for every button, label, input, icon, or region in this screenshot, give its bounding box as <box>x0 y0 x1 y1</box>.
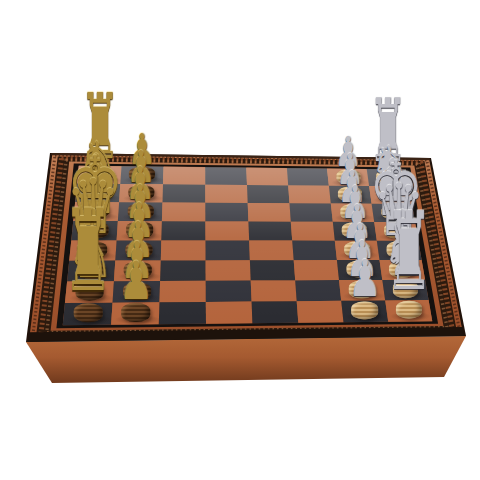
piece-white-rook-a1[interactable]: ♜ <box>43 211 134 323</box>
chess-set-photo: ♜♞♝♛♚♝♞♜♟♟♟♟♟♟♟♟♟♟♟♟♟♟♟♟♜♞♝♛♚♝♞♜ <box>0 0 480 480</box>
brass-rook-figure: ♜ <box>63 199 113 306</box>
piece-black-pawn-a7[interactable]: ♟ <box>342 256 388 320</box>
pieces-layer: ♜♞♝♛♚♝♞♜♟♟♟♟♟♟♟♟♟♟♟♟♟♟♟♟♜♞♝♛♚♝♞♜ <box>0 0 480 480</box>
pewter-rook-figure: ♜ <box>385 202 432 304</box>
pewter-pawn-figure: ♟ <box>348 256 381 304</box>
